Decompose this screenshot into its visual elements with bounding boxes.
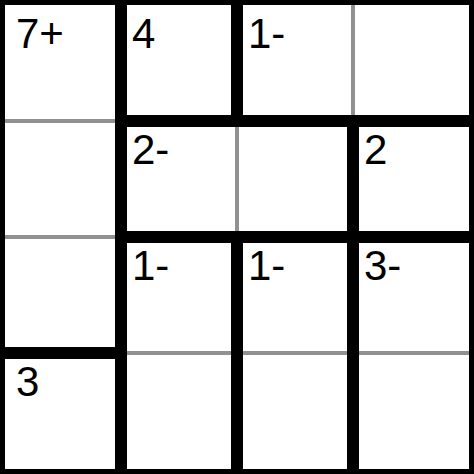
cage-border-segment: [347, 231, 359, 359]
cage-clue: 3-: [364, 245, 401, 287]
cage-border-segment: [231, 231, 359, 243]
grid-line-segment: [351, 351, 471, 355]
cage-clue: 3: [16, 361, 39, 403]
cell-r2c4[interactable]: 2: [353, 121, 469, 237]
kenken-board: 7+41-2-21-1-3-3: [0, 0, 474, 474]
cage-border-segment: [347, 115, 359, 243]
cage-clue: 1-: [248, 245, 285, 287]
cell-r2c1[interactable]: [5, 121, 121, 237]
cage-clue: 2: [364, 129, 387, 171]
grid-line-segment: [351, 3, 355, 123]
cage-border-segment: [115, 231, 127, 359]
cage-border-segment: [347, 231, 474, 243]
cell-r4c1[interactable]: 3: [5, 353, 121, 469]
cage-border-segment: [0, 347, 127, 359]
cell-r1c2[interactable]: 4: [121, 5, 237, 121]
cage-clue: 7+: [16, 13, 64, 55]
cage-border-segment: [115, 115, 243, 127]
cell-r2c2[interactable]: 2-: [121, 121, 237, 237]
cell-r4c2[interactable]: [121, 353, 237, 469]
grid-line-segment: [235, 119, 239, 239]
cell-r1c1[interactable]: 7+: [5, 5, 121, 121]
cage-clue: 1-: [248, 13, 285, 55]
cell-r2c3[interactable]: [237, 121, 353, 237]
cage-border-segment: [231, 115, 359, 127]
cell-r3c2[interactable]: 1-: [121, 237, 237, 353]
cell-r3c1[interactable]: [5, 237, 121, 353]
cell-r3c4[interactable]: 3-: [353, 237, 469, 353]
cage-border-segment: [115, 231, 243, 243]
cage-border-segment: [231, 231, 243, 359]
cage-border-segment: [231, 0, 243, 127]
cage-border-segment: [115, 0, 127, 127]
cage-border-segment: [347, 115, 474, 127]
cell-r4c4[interactable]: [353, 353, 469, 469]
cell-r3c3[interactable]: 1-: [237, 237, 353, 353]
cell-r1c3[interactable]: 1-: [237, 5, 353, 121]
cage-clue: 1-: [132, 245, 169, 287]
cage-clue: 4: [132, 13, 155, 55]
cage-border-segment: [115, 115, 127, 243]
grid-line-segment: [235, 351, 355, 355]
cage-clue: 2-: [132, 129, 169, 171]
grid-line-segment: [3, 235, 123, 239]
cage-border-segment: [347, 347, 359, 474]
grid-line-segment: [3, 119, 123, 123]
cage-border-segment: [115, 347, 127, 474]
cage-border-segment: [231, 347, 243, 474]
cell-r4c3[interactable]: [237, 353, 353, 469]
grid-line-segment: [119, 351, 239, 355]
cell-r1c4[interactable]: [353, 5, 469, 121]
